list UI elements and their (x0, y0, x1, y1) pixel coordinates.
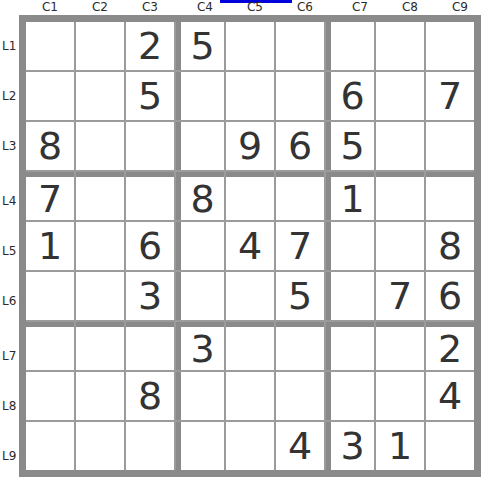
cell-L2C4[interactable] (176, 72, 224, 120)
row-label-L9: L9 (2, 450, 19, 462)
column-label-C3: C3 (142, 0, 158, 14)
cell-L7C4[interactable]: 3 (176, 322, 224, 370)
cell-L8C1[interactable] (26, 372, 74, 420)
cell-L1C3[interactable]: 2 (126, 22, 174, 70)
cell-L7C9[interactable]: 2 (426, 322, 474, 370)
cell-L8C9[interactable]: 4 (426, 372, 474, 420)
cell-L3C1[interactable]: 8 (26, 122, 74, 170)
cell-L5C1[interactable]: 1 (26, 222, 74, 270)
column-label-C8: C8 (402, 0, 418, 14)
column-label-C6: C6 (297, 0, 313, 14)
cell-L2C7[interactable]: 6 (326, 72, 374, 120)
cell-L8C5[interactable] (226, 372, 274, 420)
cell-L1C9[interactable] (426, 22, 474, 70)
row-label-L3: L3 (2, 140, 19, 152)
cell-L9C8[interactable]: 1 (376, 422, 424, 470)
row-label-L2: L2 (2, 90, 19, 102)
cell-L9C3[interactable] (126, 422, 174, 470)
cell-L8C8[interactable] (376, 372, 424, 420)
cell-L4C3[interactable] (126, 172, 174, 220)
cell-L6C4[interactable] (176, 272, 224, 320)
cell-L5C8[interactable] (376, 222, 424, 270)
cell-L2C8[interactable] (376, 72, 424, 120)
cell-L1C6[interactable] (276, 22, 324, 70)
cell-L4C8[interactable] (376, 172, 424, 220)
cell-L3C9[interactable] (426, 122, 474, 170)
cell-L9C1[interactable] (26, 422, 74, 470)
cell-L9C6[interactable]: 4 (276, 422, 324, 470)
cell-L6C8[interactable]: 7 (376, 272, 424, 320)
cell-L8C3[interactable]: 8 (126, 372, 174, 420)
cell-L2C2[interactable] (76, 72, 124, 120)
cell-L4C6[interactable] (276, 172, 324, 220)
cell-L7C6[interactable] (276, 322, 324, 370)
cell-L9C4[interactable] (176, 422, 224, 470)
cell-L2C9[interactable]: 7 (426, 72, 474, 120)
cell-L5C4[interactable] (176, 222, 224, 270)
cell-L6C7[interactable] (326, 272, 374, 320)
cell-L7C8[interactable] (376, 322, 424, 370)
cell-L2C5[interactable] (226, 72, 274, 120)
row-label-L7: L7 (2, 350, 19, 362)
cell-L4C1[interactable]: 7 (26, 172, 74, 220)
cell-L5C3[interactable]: 6 (126, 222, 174, 270)
cell-L5C6[interactable]: 7 (276, 222, 324, 270)
cell-L3C7[interactable]: 5 (326, 122, 374, 170)
cell-L3C5[interactable]: 9 (226, 122, 274, 170)
cell-L7C3[interactable] (126, 322, 174, 370)
row-label-L4: L4 (2, 195, 19, 207)
cell-L7C7[interactable] (326, 322, 374, 370)
cell-L8C4[interactable] (176, 372, 224, 420)
cell-L5C7[interactable] (326, 222, 374, 270)
cell-L3C4[interactable] (176, 122, 224, 170)
cell-L6C2[interactable] (76, 272, 124, 320)
cell-L5C5[interactable]: 4 (226, 222, 274, 270)
cell-L2C3[interactable]: 5 (126, 72, 174, 120)
cell-L1C5[interactable] (226, 22, 274, 70)
cell-L9C9[interactable] (426, 422, 474, 470)
sudoku-board: 2556789657811647835763284431 (19, 15, 481, 477)
cell-L5C2[interactable] (76, 222, 124, 270)
cell-L3C2[interactable] (76, 122, 124, 170)
cell-L8C2[interactable] (76, 372, 124, 420)
cell-L1C7[interactable] (326, 22, 374, 70)
row-label-L5: L5 (2, 245, 19, 257)
column-label-C4: C4 (197, 0, 213, 14)
cell-L6C3[interactable]: 3 (126, 272, 174, 320)
cell-L7C5[interactable] (226, 322, 274, 370)
cell-L9C2[interactable] (76, 422, 124, 470)
cell-L4C2[interactable] (76, 172, 124, 220)
cell-L2C1[interactable] (26, 72, 74, 120)
column-label-C5: C5 (247, 0, 263, 14)
cell-L3C6[interactable]: 6 (276, 122, 324, 170)
cell-L4C4[interactable]: 8 (176, 172, 224, 220)
cell-L3C8[interactable] (376, 122, 424, 170)
cell-L1C2[interactable] (76, 22, 124, 70)
cell-L8C6[interactable] (276, 372, 324, 420)
cell-L6C9[interactable]: 6 (426, 272, 474, 320)
cell-L1C1[interactable] (26, 22, 74, 70)
cell-L5C9[interactable]: 8 (426, 222, 474, 270)
cell-L9C7[interactable]: 3 (326, 422, 374, 470)
cell-L4C9[interactable] (426, 172, 474, 220)
row-label-L8: L8 (2, 400, 19, 412)
cell-L3C3[interactable] (126, 122, 174, 170)
row-label-L6: L6 (2, 295, 19, 307)
cell-L6C5[interactable] (226, 272, 274, 320)
cell-L1C4[interactable]: 5 (176, 22, 224, 70)
cell-L6C1[interactable] (26, 272, 74, 320)
cell-L4C7[interactable]: 1 (326, 172, 374, 220)
sudoku-page: C1C2C3C4C5C6C7C8C9 L1L2L3L4L5L6L7L8L9 25… (0, 0, 500, 497)
column-label-C2: C2 (92, 0, 108, 14)
cell-L7C1[interactable] (26, 322, 74, 370)
cell-L8C7[interactable] (326, 372, 374, 420)
column-label-C1: C1 (42, 0, 58, 14)
cell-L1C8[interactable] (376, 22, 424, 70)
cell-L6C6[interactable]: 5 (276, 272, 324, 320)
cell-L7C2[interactable] (76, 322, 124, 370)
cell-L4C5[interactable] (226, 172, 274, 220)
column-label-C7: C7 (352, 0, 368, 14)
column-label-C9: C9 (452, 0, 468, 14)
row-label-L1: L1 (2, 40, 19, 52)
cell-L9C5[interactable] (226, 422, 274, 470)
cell-L2C6[interactable] (276, 72, 324, 120)
